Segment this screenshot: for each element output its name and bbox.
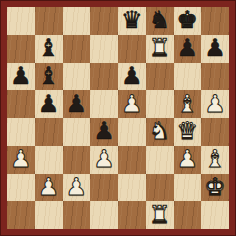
square-d4[interactable]: ♟ xyxy=(90,118,118,146)
piece-white-pawn: ♟ xyxy=(121,91,143,118)
chess-board: ♛♞♚♝♜♟♟♟♝♟♟♟♟♝♟♟♞♛♟♟♟♝♟♟♚♜ xyxy=(7,7,229,229)
square-f5[interactable] xyxy=(146,90,174,118)
square-g5[interactable]: ♝ xyxy=(174,90,202,118)
square-h3[interactable]: ♝ xyxy=(201,146,229,174)
square-a2[interactable] xyxy=(7,174,35,202)
piece-black-queen: ♛ xyxy=(121,7,143,34)
square-b4[interactable] xyxy=(35,118,63,146)
square-f1[interactable]: ♜ xyxy=(146,201,174,229)
square-d3[interactable]: ♟ xyxy=(90,146,118,174)
square-g3[interactable]: ♟ xyxy=(174,146,202,174)
square-a5[interactable] xyxy=(7,90,35,118)
piece-white-pawn: ♟ xyxy=(10,146,32,173)
piece-white-rook: ♜ xyxy=(149,35,171,62)
square-b2[interactable]: ♟ xyxy=(35,174,63,202)
square-b1[interactable] xyxy=(35,201,63,229)
square-a8[interactable] xyxy=(7,7,35,35)
square-f4[interactable]: ♞ xyxy=(146,118,174,146)
piece-black-pawn: ♟ xyxy=(93,118,115,145)
piece-white-pawn: ♟ xyxy=(204,91,226,118)
piece-white-pawn: ♟ xyxy=(38,174,60,201)
square-c3[interactable] xyxy=(63,146,91,174)
square-g6[interactable] xyxy=(174,63,202,91)
piece-black-pawn: ♟ xyxy=(204,35,226,62)
piece-white-bishop: ♝ xyxy=(177,91,199,118)
square-b5[interactable]: ♟ xyxy=(35,90,63,118)
square-g8[interactable]: ♚ xyxy=(174,7,202,35)
square-e7[interactable] xyxy=(118,35,146,63)
square-h1[interactable] xyxy=(201,201,229,229)
piece-white-pawn: ♟ xyxy=(93,146,115,173)
square-d8[interactable] xyxy=(90,7,118,35)
square-d1[interactable] xyxy=(90,201,118,229)
square-f7[interactable]: ♜ xyxy=(146,35,174,63)
square-c8[interactable] xyxy=(63,7,91,35)
piece-black-pawn: ♟ xyxy=(10,63,32,90)
square-h6[interactable] xyxy=(201,63,229,91)
square-g2[interactable] xyxy=(174,174,202,202)
square-b8[interactable] xyxy=(35,7,63,35)
square-f2[interactable] xyxy=(146,174,174,202)
piece-white-rook: ♜ xyxy=(149,202,171,229)
square-e6[interactable]: ♟ xyxy=(118,63,146,91)
square-c5[interactable]: ♟ xyxy=(63,90,91,118)
square-b7[interactable]: ♝ xyxy=(35,35,63,63)
square-d5[interactable] xyxy=(90,90,118,118)
square-a4[interactable] xyxy=(7,118,35,146)
square-h2[interactable]: ♚ xyxy=(201,174,229,202)
square-f6[interactable] xyxy=(146,63,174,91)
square-g4[interactable]: ♛ xyxy=(174,118,202,146)
square-d2[interactable] xyxy=(90,174,118,202)
piece-white-queen: ♛ xyxy=(177,118,199,145)
piece-black-king: ♚ xyxy=(177,7,199,34)
piece-black-pawn: ♟ xyxy=(38,91,60,118)
piece-black-bishop: ♝ xyxy=(38,63,60,90)
square-c2[interactable]: ♟ xyxy=(63,174,91,202)
square-f3[interactable] xyxy=(146,146,174,174)
square-h5[interactable]: ♟ xyxy=(201,90,229,118)
piece-white-pawn: ♟ xyxy=(177,146,199,173)
square-e2[interactable] xyxy=(118,174,146,202)
square-c1[interactable] xyxy=(63,201,91,229)
piece-black-bishop: ♝ xyxy=(38,35,60,62)
square-d6[interactable] xyxy=(90,63,118,91)
board-frame: ♛♞♚♝♜♟♟♟♝♟♟♟♟♝♟♟♞♛♟♟♟♝♟♟♚♜ xyxy=(0,0,236,236)
square-b3[interactable] xyxy=(35,146,63,174)
square-e8[interactable]: ♛ xyxy=(118,7,146,35)
piece-white-knight: ♞ xyxy=(149,118,171,145)
square-e5[interactable]: ♟ xyxy=(118,90,146,118)
square-g7[interactable]: ♟ xyxy=(174,35,202,63)
square-e1[interactable] xyxy=(118,201,146,229)
square-a3[interactable]: ♟ xyxy=(7,146,35,174)
square-g1[interactable] xyxy=(174,201,202,229)
square-h8[interactable] xyxy=(201,7,229,35)
square-h7[interactable]: ♟ xyxy=(201,35,229,63)
square-d7[interactable] xyxy=(90,35,118,63)
square-b6[interactable]: ♝ xyxy=(35,63,63,91)
square-f8[interactable]: ♞ xyxy=(146,7,174,35)
square-e3[interactable] xyxy=(118,146,146,174)
piece-black-knight: ♞ xyxy=(149,7,171,34)
square-c6[interactable] xyxy=(63,63,91,91)
piece-black-pawn: ♟ xyxy=(66,91,88,118)
piece-black-pawn: ♟ xyxy=(177,35,199,62)
piece-black-pawn: ♟ xyxy=(121,63,143,90)
square-c7[interactable] xyxy=(63,35,91,63)
square-h4[interactable] xyxy=(201,118,229,146)
square-c4[interactable] xyxy=(63,118,91,146)
piece-white-king: ♚ xyxy=(204,174,226,201)
piece-white-pawn: ♟ xyxy=(66,174,88,201)
piece-white-bishop: ♝ xyxy=(204,146,226,173)
square-a1[interactable] xyxy=(7,201,35,229)
square-a6[interactable]: ♟ xyxy=(7,63,35,91)
square-e4[interactable] xyxy=(118,118,146,146)
square-a7[interactable] xyxy=(7,35,35,63)
